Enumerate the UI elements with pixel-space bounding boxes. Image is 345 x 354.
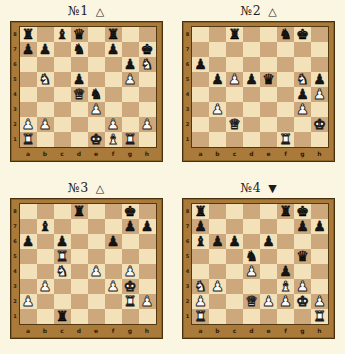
white-bishop: ♝: [107, 132, 120, 147]
file-label-g: g: [122, 148, 139, 160]
square-b7: ♝: [37, 219, 54, 234]
square-c4: ♞: [54, 264, 71, 279]
square-f8: ♜: [105, 27, 122, 42]
square-d8: [243, 27, 260, 42]
square-h7: ♟: [139, 219, 156, 234]
white-rook: ♜: [313, 309, 326, 324]
square-h6: [311, 57, 328, 72]
white-pawn: ♟: [228, 72, 241, 87]
square-f5: [277, 72, 294, 87]
square-b4: [37, 87, 54, 102]
square-h5: [139, 249, 156, 264]
square-c4: [226, 264, 243, 279]
square-g4: [294, 264, 311, 279]
diagram-4-label: №4: [240, 180, 261, 195]
square-c7: [226, 42, 243, 57]
square-g1: ♜: [122, 132, 139, 147]
diagram-panel-3: №3 △ ♜♚♝♟♟♟♟♟♜♞♟♟♟♟♚♟♜♟♜ 87654321 abcdef…: [0, 177, 172, 354]
square-c5: ♟: [226, 72, 243, 87]
square-f1: [277, 309, 294, 324]
square-d3: [243, 102, 260, 117]
square-b6: ♟: [209, 234, 226, 249]
black-queen: ♛: [73, 27, 86, 42]
rank-label-7: 7: [183, 42, 192, 57]
square-b7: ♟: [37, 42, 54, 57]
square-e1: ♚: [88, 132, 105, 147]
black-king: ♚: [141, 42, 154, 57]
white-rook: ♜: [279, 132, 292, 147]
square-a3: [192, 102, 209, 117]
square-b4: [37, 264, 54, 279]
square-c4: [54, 87, 71, 102]
square-b1: [209, 132, 226, 147]
square-e4: [260, 87, 277, 102]
square-g3: ♚: [122, 279, 139, 294]
square-b4: [209, 87, 226, 102]
square-c3: [226, 279, 243, 294]
rank-label-8: 8: [11, 27, 20, 42]
white-rook: ♜: [124, 132, 137, 147]
white-pawn: ♟: [211, 102, 224, 117]
square-b5: [209, 249, 226, 264]
square-a8: ♜: [20, 27, 37, 42]
file-label-a: a: [192, 148, 209, 160]
black-pawn: ♟: [296, 87, 309, 102]
square-g6: [294, 57, 311, 72]
white-to-move-icon: △: [96, 182, 104, 194]
square-a5: [20, 72, 37, 87]
square-b3: ♟: [37, 279, 54, 294]
square-a6: ♝: [192, 234, 209, 249]
rank-label-5: 5: [11, 249, 20, 264]
square-a7: ♟: [192, 219, 209, 234]
square-g2: ♜: [122, 294, 139, 309]
chessboard-2-frame: ♜♞♚♟♟♟♟♛♞♟♟♟♟♟♛♚♜ 87654321 abcdefgh: [182, 21, 335, 162]
square-f7: [105, 219, 122, 234]
puzzle-sheet: №1 △ ♜♝♛♜♟♟♞♟♚♟♞♞♟♟♛♞♟♟♟♟♟♜♚♝♜ 87654321 …: [0, 0, 345, 354]
square-a3: [20, 102, 37, 117]
black-rook: ♜: [279, 204, 292, 219]
diagram-3-header: №3 △: [68, 179, 104, 196]
square-c8: [54, 204, 71, 219]
square-d1: [71, 309, 88, 324]
black-rook: ♜: [22, 27, 35, 42]
square-b3: ♟: [209, 102, 226, 117]
square-a7: [20, 219, 37, 234]
black-pawn: ♟: [211, 234, 224, 249]
square-d8: [243, 204, 260, 219]
square-e8: [88, 27, 105, 42]
square-d4: ♟: [243, 264, 260, 279]
square-b1: [37, 309, 54, 324]
white-pawn: ♟: [194, 294, 207, 309]
white-rook: ♜: [194, 309, 207, 324]
square-e5: [88, 72, 105, 87]
square-h4: [311, 264, 328, 279]
rank-label-3: 3: [11, 102, 20, 117]
square-a4: [20, 87, 37, 102]
square-h8: [311, 27, 328, 42]
black-pawn: ♟: [228, 234, 241, 249]
square-c1: [54, 132, 71, 147]
rank-label-7: 7: [11, 42, 20, 57]
square-b3: [37, 102, 54, 117]
square-g7: ♟: [122, 219, 139, 234]
square-a1: [192, 132, 209, 147]
white-queen: ♛: [245, 294, 258, 309]
white-pawn: ♟: [211, 279, 224, 294]
chessboard-2: ♜♞♚♟♟♟♟♛♞♟♟♟♟♟♛♚♜: [192, 27, 328, 147]
square-d5: [71, 249, 88, 264]
square-f3: ♟: [105, 279, 122, 294]
file-label-g: g: [294, 148, 311, 160]
white-pawn: ♟: [22, 117, 35, 132]
black-rook: ♜: [73, 204, 86, 219]
diagram-1-header: №1 △: [68, 2, 104, 19]
file-label-e: e: [88, 325, 105, 337]
square-a2: ♟: [192, 294, 209, 309]
square-h2: ♟: [311, 294, 328, 309]
square-g8: ♚: [122, 204, 139, 219]
rank-label-7: 7: [183, 219, 192, 234]
square-e2: [88, 294, 105, 309]
white-to-move-icon: △: [268, 5, 276, 17]
square-h1: ♜: [311, 309, 328, 324]
rank-label-3: 3: [11, 279, 20, 294]
black-bishop: ♝: [194, 234, 207, 249]
white-pawn: ♟: [262, 294, 275, 309]
square-d7: ♞: [71, 42, 88, 57]
square-f5: [277, 249, 294, 264]
square-g3: [122, 102, 139, 117]
file-label-a: a: [20, 148, 37, 160]
black-knight: ♞: [73, 42, 86, 57]
square-a4: [192, 264, 209, 279]
square-h2: ♟: [139, 117, 156, 132]
square-c4: [226, 87, 243, 102]
chessboard-4-frame: ♜♜♚♟♟♟♝♟♟♟♞♛♟♟♞♟♝♟♟♛♟♟♚♟♜♜ 87654321 abcd…: [182, 198, 335, 339]
rank-label-7: 7: [11, 219, 20, 234]
square-b2: ♟: [37, 117, 54, 132]
diagram-2-header: №2 △: [240, 2, 276, 19]
square-c8: [226, 204, 243, 219]
rank-label-6: 6: [183, 57, 192, 72]
black-pawn: ♟: [313, 72, 326, 87]
square-e8: [260, 27, 277, 42]
square-g2: [122, 117, 139, 132]
square-e8: [260, 204, 277, 219]
square-e5: [88, 249, 105, 264]
square-h6: [311, 234, 328, 249]
rank-labels: 87654321: [183, 204, 192, 324]
square-d1: [71, 132, 88, 147]
square-g5: ♞: [294, 72, 311, 87]
black-pawn: ♟: [313, 219, 326, 234]
white-knight: ♞: [56, 264, 69, 279]
white-pawn: ♟: [141, 294, 154, 309]
square-g5: ♛: [294, 249, 311, 264]
black-queen: ♛: [296, 249, 309, 264]
square-f3: [105, 102, 122, 117]
square-g4: [122, 87, 139, 102]
square-h4: [139, 264, 156, 279]
square-f6: [277, 234, 294, 249]
square-c8: ♝: [54, 27, 71, 42]
square-g8: ♚: [294, 27, 311, 42]
rank-label-2: 2: [11, 117, 20, 132]
square-f6: [105, 57, 122, 72]
black-pawn: ♟: [296, 219, 309, 234]
square-a3: ♞: [192, 279, 209, 294]
rank-label-3: 3: [183, 102, 192, 117]
square-a1: [20, 309, 37, 324]
square-c2: [226, 294, 243, 309]
rank-label-8: 8: [11, 204, 20, 219]
rank-label-1: 1: [11, 309, 20, 324]
square-f1: ♜: [277, 132, 294, 147]
square-b2: [209, 117, 226, 132]
file-label-e: e: [88, 148, 105, 160]
black-pawn: ♟: [39, 42, 52, 57]
square-e7: [88, 42, 105, 57]
square-f2: [105, 294, 122, 309]
file-label-e: e: [260, 325, 277, 337]
black-pawn: ♟: [124, 219, 137, 234]
square-h8: [139, 27, 156, 42]
rank-label-1: 1: [11, 132, 20, 147]
square-e5: [260, 249, 277, 264]
square-c1: ♜: [54, 309, 71, 324]
square-d1: [243, 309, 260, 324]
rank-label-8: 8: [183, 204, 192, 219]
square-c3: [54, 279, 71, 294]
square-d3: [71, 102, 88, 117]
square-e6: ♟: [260, 234, 277, 249]
square-b1: [209, 309, 226, 324]
square-d6: [71, 234, 88, 249]
square-b7: [209, 42, 226, 57]
square-a8: [192, 27, 209, 42]
square-g1: [294, 309, 311, 324]
white-pawn: ♟: [39, 279, 52, 294]
square-c2: [54, 294, 71, 309]
white-pawn: ♟: [39, 117, 52, 132]
square-b6: [37, 57, 54, 72]
square-a6: ♟: [20, 234, 37, 249]
square-g8: [122, 27, 139, 42]
rank-labels: 87654321: [11, 204, 20, 324]
rank-label-5: 5: [11, 72, 20, 87]
square-a3: [20, 279, 37, 294]
square-c1: [226, 132, 243, 147]
square-c6: ♟: [54, 234, 71, 249]
square-a6: ♟: [192, 57, 209, 72]
white-rook: ♜: [56, 249, 69, 264]
file-label-d: d: [243, 148, 260, 160]
white-pawn: ♟: [296, 279, 309, 294]
white-rook: ♜: [124, 294, 137, 309]
square-h4: ♟: [311, 87, 328, 102]
square-a4: [192, 87, 209, 102]
black-knight: ♞: [279, 27, 292, 42]
white-pawn: ♟: [107, 279, 120, 294]
black-pawn: ♟: [279, 264, 292, 279]
rank-label-8: 8: [183, 27, 192, 42]
square-b5: ♞: [37, 72, 54, 87]
black-pawn: ♟: [73, 72, 86, 87]
square-b2: [37, 294, 54, 309]
square-c6: [54, 57, 71, 72]
white-pawn: ♟: [296, 102, 309, 117]
square-h8: [139, 204, 156, 219]
square-g6: [294, 234, 311, 249]
square-d1: [243, 132, 260, 147]
black-pawn: ♟: [194, 219, 207, 234]
file-label-b: b: [209, 325, 226, 337]
square-b3: ♟: [209, 279, 226, 294]
white-knight: ♞: [194, 279, 207, 294]
white-pawn: ♟: [90, 102, 103, 117]
square-h7: ♟: [311, 219, 328, 234]
rank-label-2: 2: [183, 117, 192, 132]
square-f5: [105, 72, 122, 87]
square-h3: [139, 279, 156, 294]
square-a5: [20, 249, 37, 264]
black-bishop: ♝: [39, 219, 52, 234]
diagram-1-label: №1: [68, 3, 89, 18]
square-d4: [243, 87, 260, 102]
square-e6: [88, 57, 105, 72]
square-g1: [294, 132, 311, 147]
square-d3: [71, 279, 88, 294]
square-h4: [139, 87, 156, 102]
square-h1: [311, 132, 328, 147]
square-c5: [54, 72, 71, 87]
file-label-c: c: [226, 148, 243, 160]
square-f4: [277, 87, 294, 102]
square-b2: [209, 294, 226, 309]
square-h3: [311, 102, 328, 117]
square-e4: [260, 264, 277, 279]
square-b4: [209, 264, 226, 279]
white-knight: ♞: [141, 57, 154, 72]
square-d6: [71, 57, 88, 72]
file-label-h: h: [139, 148, 156, 160]
square-a2: ♟: [20, 117, 37, 132]
white-queen: ♛: [73, 87, 86, 102]
square-f2: [277, 117, 294, 132]
square-f2: ♟: [105, 117, 122, 132]
black-queen: ♛: [262, 72, 275, 87]
square-d6: [243, 57, 260, 72]
square-e3: [88, 279, 105, 294]
square-e6: [260, 57, 277, 72]
square-c5: ♜: [54, 249, 71, 264]
square-d7: [243, 219, 260, 234]
square-h5: ♟: [311, 72, 328, 87]
file-label-c: c: [54, 325, 71, 337]
file-labels: abcdefgh: [192, 325, 328, 337]
square-f7: [277, 42, 294, 57]
black-pawn: ♟: [262, 234, 275, 249]
white-pawn: ♟: [279, 294, 292, 309]
square-f6: ♟: [105, 234, 122, 249]
square-d5: ♟: [243, 72, 260, 87]
square-f5: [105, 249, 122, 264]
black-pawn: ♟: [211, 72, 224, 87]
square-f6: [277, 57, 294, 72]
square-c8: ♜: [226, 27, 243, 42]
square-e2: ♟: [260, 294, 277, 309]
chessboard-4: ♜♜♚♟♟♟♝♟♟♟♞♛♟♟♞♟♝♟♟♛♟♟♚♟♜♜: [192, 204, 328, 324]
square-h3: [311, 279, 328, 294]
square-e7: [88, 219, 105, 234]
black-rook: ♜: [194, 204, 207, 219]
square-b8: [209, 204, 226, 219]
square-a7: ♟: [20, 42, 37, 57]
file-label-f: f: [105, 148, 122, 160]
square-f1: [105, 309, 122, 324]
black-pawn: ♟: [124, 57, 137, 72]
rank-label-1: 1: [183, 309, 192, 324]
square-e2: [260, 117, 277, 132]
square-g1: [122, 309, 139, 324]
square-a4: [20, 264, 37, 279]
square-e5: ♛: [260, 72, 277, 87]
square-g5: [122, 249, 139, 264]
square-f4: ♟: [277, 264, 294, 279]
file-label-c: c: [54, 148, 71, 160]
square-a5: [192, 249, 209, 264]
chessboard-1: ♜♝♛♜♟♟♞♟♚♟♞♞♟♟♛♞♟♟♟♟♟♜♚♝♜: [20, 27, 156, 147]
file-label-g: g: [294, 325, 311, 337]
square-h6: ♞: [139, 57, 156, 72]
square-h7: [311, 42, 328, 57]
white-pawn: ♟: [245, 264, 258, 279]
square-f3: [277, 102, 294, 117]
file-labels: abcdefgh: [20, 325, 156, 337]
black-pawn: ♟: [22, 234, 35, 249]
square-d8: ♛: [71, 27, 88, 42]
rank-label-4: 4: [11, 264, 20, 279]
square-d5: ♞: [243, 249, 260, 264]
square-g4: ♟: [122, 264, 139, 279]
white-king: ♚: [90, 132, 103, 147]
square-e1: [260, 132, 277, 147]
white-king: ♚: [124, 279, 137, 294]
file-label-h: h: [311, 148, 328, 160]
square-f2: ♟: [277, 294, 294, 309]
square-a2: [192, 117, 209, 132]
square-e4: ♞: [88, 87, 105, 102]
square-f4: [105, 264, 122, 279]
square-b5: ♟: [209, 72, 226, 87]
file-label-a: a: [192, 325, 209, 337]
rank-label-2: 2: [11, 294, 20, 309]
square-c3: [54, 102, 71, 117]
square-h3: [139, 102, 156, 117]
diagram-panel-4: №4 ▼ ♜♜♚♟♟♟♝♟♟♟♞♛♟♟♞♟♝♟♟♛♟♟♚♟♜♜ 87654321…: [172, 177, 345, 354]
file-labels: abcdefgh: [192, 148, 328, 160]
black-pawn: ♟: [107, 42, 120, 57]
black-pawn: ♟: [141, 219, 154, 234]
square-a2: ♟: [20, 294, 37, 309]
square-b6: [37, 234, 54, 249]
square-c5: [226, 249, 243, 264]
square-f8: ♜: [277, 204, 294, 219]
square-g4: ♟: [294, 87, 311, 102]
square-g6: [122, 234, 139, 249]
